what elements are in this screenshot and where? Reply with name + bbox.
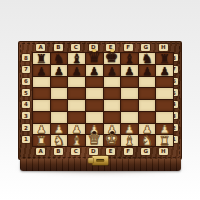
- square-a5: [33, 88, 50, 99]
- piece-white-pawn-d2: ♟: [89, 124, 99, 135]
- piece-black-pawn-a7: ♟: [36, 66, 46, 77]
- rank-label-1: 1: [22, 136, 30, 143]
- square-c5: [68, 88, 85, 99]
- square-h6: [156, 77, 173, 88]
- square-c4: [68, 100, 85, 111]
- square-b6: [51, 77, 68, 88]
- rank-label-8: 8: [22, 54, 30, 61]
- square-f8: ♝: [121, 53, 138, 64]
- square-a8: ♜: [33, 53, 50, 64]
- square-g5: [139, 88, 156, 99]
- piece-white-king-e1: ♚: [105, 132, 118, 147]
- piece-white-bishop-f1: ♝: [124, 134, 136, 147]
- square-e4: [104, 100, 121, 111]
- square-b5: [51, 88, 68, 99]
- file-label-a: A: [36, 148, 45, 155]
- square-a6: [33, 77, 50, 88]
- chess-board: ABCDEFGH ABCDEFGH 87654321 87654321 ♜♞♝♛…: [18, 41, 182, 160]
- file-label-h: H: [159, 44, 168, 51]
- square-g4: [139, 100, 156, 111]
- square-e2: ♟: [104, 124, 121, 135]
- square-e7: ♟: [104, 65, 121, 76]
- square-g2: ♟: [139, 124, 156, 135]
- piece-white-rook-a1: ♜: [36, 135, 47, 147]
- file-label-g: G: [141, 44, 150, 51]
- square-a2: ♟: [33, 124, 50, 135]
- square-d8: ♛: [86, 53, 103, 64]
- square-g6: [139, 77, 156, 88]
- file-labels-top: ABCDEFGH: [32, 43, 172, 51]
- rank-labels-left: 87654321: [21, 52, 31, 145]
- piece-white-bishop-c1: ♝: [71, 134, 83, 147]
- product-photo-background: ABCDEFGH ABCDEFGH 87654321 87654321 ♜♞♝♛…: [0, 0, 200, 200]
- square-a4: [33, 100, 50, 111]
- piece-white-knight-g1: ♞: [141, 134, 153, 147]
- square-a7: ♟: [33, 65, 50, 76]
- playing-squares: ♜♞♝♛♚♝♞♜♟♟♟♟♟♟♟♟♟♟♟♟♟♟♟♟♜♞♝♛♚♝♞♜: [32, 52, 174, 147]
- piece-white-pawn-e2: ♟: [107, 124, 117, 135]
- rank-label-5: 5: [22, 89, 30, 96]
- piece-white-pawn-c2: ♟: [72, 124, 82, 135]
- square-e8: ♚: [104, 53, 121, 64]
- piece-black-rook-a8: ♜: [36, 53, 47, 65]
- file-label-c: C: [71, 44, 80, 51]
- piece-black-bishop-c8: ♝: [71, 52, 83, 65]
- square-h7: ♟: [156, 65, 173, 76]
- square-d7: ♟: [86, 65, 103, 76]
- file-label-c: C: [71, 148, 80, 155]
- piece-black-pawn-e7: ♟: [107, 66, 117, 77]
- square-h8: ♜: [156, 53, 173, 64]
- square-e5: [104, 88, 121, 99]
- square-g1: ♞: [139, 135, 156, 146]
- piece-black-queen-d8: ♛: [87, 50, 100, 65]
- rank-label-4: 4: [22, 101, 30, 108]
- square-d3: [86, 112, 103, 123]
- file-label-a: A: [36, 44, 45, 51]
- file-label-f: F: [124, 148, 133, 155]
- square-h5: [156, 88, 173, 99]
- square-g8: ♞: [139, 53, 156, 64]
- square-f2: ♟: [121, 124, 138, 135]
- piece-black-knight-b8: ♞: [53, 52, 65, 65]
- square-b3: [51, 112, 68, 123]
- piece-black-pawn-d7: ♟: [89, 66, 99, 77]
- square-f3: [121, 112, 138, 123]
- square-d5: [86, 88, 103, 99]
- square-h3: [156, 112, 173, 123]
- file-label-d: D: [89, 44, 98, 51]
- square-f6: [121, 77, 138, 88]
- square-b4: [51, 100, 68, 111]
- piece-black-pawn-h7: ♟: [160, 66, 170, 77]
- piece-white-knight-b1: ♞: [53, 134, 65, 147]
- piece-white-pawn-g2: ♟: [142, 124, 152, 135]
- square-e3: [104, 112, 121, 123]
- piece-black-rook-h8: ♜: [159, 53, 170, 65]
- square-d2: ♟: [86, 124, 103, 135]
- square-c1: ♝: [68, 135, 85, 146]
- file-label-h: H: [159, 148, 168, 155]
- square-a3: [33, 112, 50, 123]
- piece-black-knight-g8: ♞: [141, 52, 153, 65]
- piece-black-pawn-f7: ♟: [125, 66, 135, 77]
- piece-black-king-e8: ♚: [105, 50, 118, 65]
- square-c7: ♟: [68, 65, 85, 76]
- piece-white-queen-d1: ♛: [87, 132, 100, 147]
- piece-white-pawn-a2: ♟: [36, 124, 46, 135]
- piece-white-pawn-f2: ♟: [125, 124, 135, 135]
- brass-latch-icon: [92, 156, 108, 165]
- square-h2: ♟: [156, 124, 173, 135]
- square-b2: ♟: [51, 124, 68, 135]
- rank-label-3: 3: [22, 112, 30, 119]
- square-b7: ♟: [51, 65, 68, 76]
- square-a1: ♜: [33, 135, 50, 146]
- square-f5: [121, 88, 138, 99]
- file-labels-bottom: ABCDEFGH: [32, 147, 172, 155]
- square-h4: [156, 100, 173, 111]
- rank-label-2: 2: [22, 124, 30, 131]
- square-h1: ♜: [156, 135, 173, 146]
- piece-black-pawn-g7: ♟: [142, 66, 152, 77]
- rank-label-6: 6: [22, 78, 30, 85]
- piece-white-pawn-b2: ♟: [54, 124, 64, 135]
- square-g7: ♟: [139, 65, 156, 76]
- square-d4: [86, 100, 103, 111]
- square-g3: [139, 112, 156, 123]
- square-b8: ♞: [51, 53, 68, 64]
- square-c2: ♟: [68, 124, 85, 135]
- square-d6: [86, 77, 103, 88]
- rank-label-7: 7: [22, 66, 30, 73]
- board-front-edge: [20, 159, 181, 171]
- piece-white-pawn-h2: ♟: [160, 124, 170, 135]
- square-f1: ♝: [121, 135, 138, 146]
- square-c3: [68, 112, 85, 123]
- piece-black-pawn-c7: ♟: [72, 66, 82, 77]
- file-label-d: D: [89, 148, 98, 155]
- square-e1: ♚: [104, 135, 121, 146]
- file-label-b: B: [54, 148, 63, 155]
- square-b1: ♞: [51, 135, 68, 146]
- piece-black-pawn-b7: ♟: [54, 66, 64, 77]
- square-c8: ♝: [68, 53, 85, 64]
- file-label-e: E: [106, 44, 115, 51]
- square-f4: [121, 100, 138, 111]
- file-label-b: B: [54, 44, 63, 51]
- piece-black-bishop-f8: ♝: [124, 52, 136, 65]
- square-c6: [68, 77, 85, 88]
- piece-white-rook-h1: ♜: [159, 135, 170, 147]
- file-label-f: F: [124, 44, 133, 51]
- file-label-e: E: [106, 148, 115, 155]
- file-label-g: G: [141, 148, 150, 155]
- square-d1: ♛: [86, 135, 103, 146]
- square-e6: [104, 77, 121, 88]
- square-f7: ♟: [121, 65, 138, 76]
